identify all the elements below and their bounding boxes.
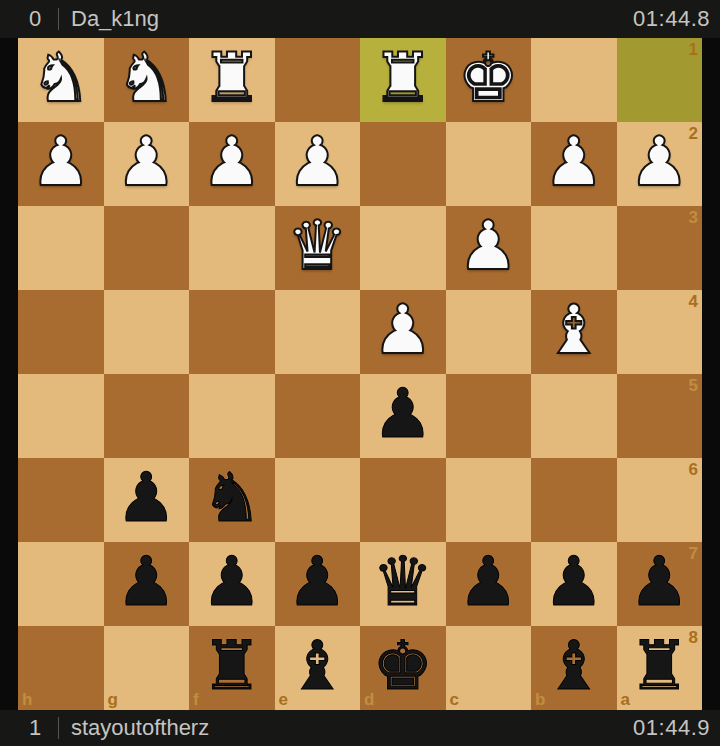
square-f3[interactable] (189, 206, 275, 290)
square-g8[interactable]: g (104, 626, 190, 710)
square-d1[interactable]: ♜ (360, 38, 446, 122)
square-d2[interactable] (360, 122, 446, 206)
square-b4[interactable]: ♝ (531, 290, 617, 374)
chess-board[interactable]: ♞♞♜♜♚1♟♟♟♟♟♟2♛♟3♟♝4♟5♟♞6♟♟♟♛♟♟♟7hg♜f♝e♚d… (18, 38, 702, 710)
white-pawn: ♟ (116, 128, 177, 196)
square-f6[interactable]: ♞ (189, 458, 275, 542)
square-h7[interactable] (18, 542, 104, 626)
bottom-player-score: 1 (24, 715, 46, 741)
square-b5[interactable] (531, 374, 617, 458)
black-knight: ♞ (201, 464, 262, 532)
top-player-score: 0 (24, 6, 46, 32)
square-a4[interactable]: 4 (617, 290, 703, 374)
square-b3[interactable] (531, 206, 617, 290)
white-rook: ♜ (372, 44, 433, 112)
rank-label-2: 2 (689, 125, 698, 142)
white-pawn: ♟ (30, 128, 91, 196)
rank-label-5: 5 (689, 377, 698, 394)
square-d5[interactable]: ♟ (360, 374, 446, 458)
square-a8[interactable]: ♜8a (617, 626, 703, 710)
bottom-player-name: stayoutoftherz (71, 715, 209, 741)
square-g2[interactable]: ♟ (104, 122, 190, 206)
rank-label-4: 4 (689, 293, 698, 310)
white-bishop: ♝ (543, 296, 604, 364)
white-pawn: ♟ (458, 212, 519, 280)
square-h3[interactable] (18, 206, 104, 290)
square-g4[interactable] (104, 290, 190, 374)
square-d6[interactable] (360, 458, 446, 542)
square-g5[interactable] (104, 374, 190, 458)
black-rook: ♜ (201, 632, 262, 700)
file-label-g: g (108, 691, 118, 708)
white-queen: ♛ (287, 212, 348, 280)
square-c7[interactable]: ♟ (446, 542, 532, 626)
black-pawn: ♟ (543, 548, 604, 616)
square-h8[interactable]: h (18, 626, 104, 710)
black-bishop: ♝ (543, 632, 604, 700)
rank-label-7: 7 (689, 545, 698, 562)
square-e5[interactable] (275, 374, 361, 458)
rank-label-3: 3 (689, 209, 698, 226)
square-a2[interactable]: ♟2 (617, 122, 703, 206)
white-knight: ♞ (30, 44, 91, 112)
top-player-bar[interactable]: 0 Da_k1ng 01:44.8 (0, 0, 720, 38)
square-e6[interactable] (275, 458, 361, 542)
black-pawn: ♟ (629, 548, 690, 616)
square-e8[interactable]: ♝e (275, 626, 361, 710)
black-queen: ♛ (372, 548, 433, 616)
file-label-h: h (22, 691, 32, 708)
square-a5[interactable]: 5 (617, 374, 703, 458)
square-a7[interactable]: ♟7 (617, 542, 703, 626)
black-king: ♚ (372, 632, 433, 700)
square-h5[interactable] (18, 374, 104, 458)
square-f7[interactable]: ♟ (189, 542, 275, 626)
square-c4[interactable] (446, 290, 532, 374)
square-b6[interactable] (531, 458, 617, 542)
white-rook: ♜ (201, 44, 262, 112)
white-pawn: ♟ (287, 128, 348, 196)
square-f5[interactable] (189, 374, 275, 458)
square-g7[interactable]: ♟ (104, 542, 190, 626)
square-d3[interactable] (360, 206, 446, 290)
bottom-player-clock: 01:44.9 (633, 715, 710, 741)
black-pawn: ♟ (372, 380, 433, 448)
square-a6[interactable]: 6 (617, 458, 703, 542)
square-c6[interactable] (446, 458, 532, 542)
rank-label-6: 6 (689, 461, 698, 478)
square-h6[interactable] (18, 458, 104, 542)
square-g6[interactable]: ♟ (104, 458, 190, 542)
top-player-clock: 01:44.8 (633, 6, 710, 32)
square-d8[interactable]: ♚d (360, 626, 446, 710)
square-c3[interactable]: ♟ (446, 206, 532, 290)
square-f8[interactable]: ♜f (189, 626, 275, 710)
square-a3[interactable]: 3 (617, 206, 703, 290)
square-c2[interactable] (446, 122, 532, 206)
black-pawn: ♟ (458, 548, 519, 616)
white-pawn: ♟ (629, 128, 690, 196)
black-pawn: ♟ (201, 548, 262, 616)
square-d4[interactable]: ♟ (360, 290, 446, 374)
square-e1[interactable] (275, 38, 361, 122)
square-h1[interactable]: ♞ (18, 38, 104, 122)
square-c5[interactable] (446, 374, 532, 458)
square-b1[interactable] (531, 38, 617, 122)
square-f2[interactable]: ♟ (189, 122, 275, 206)
bottom-player-bar[interactable]: 1 stayoutoftherz 01:44.9 (0, 710, 720, 746)
square-h4[interactable] (18, 290, 104, 374)
square-e3[interactable]: ♛ (275, 206, 361, 290)
top-player-name: Da_k1ng (71, 6, 159, 32)
black-bishop: ♝ (287, 632, 348, 700)
square-h2[interactable]: ♟ (18, 122, 104, 206)
square-e7[interactable]: ♟ (275, 542, 361, 626)
square-f4[interactable] (189, 290, 275, 374)
black-rook: ♜ (629, 632, 690, 700)
square-a1[interactable]: 1 (617, 38, 703, 122)
rank-label-1: 1 (689, 41, 698, 58)
white-pawn: ♟ (201, 128, 262, 196)
square-e2[interactable]: ♟ (275, 122, 361, 206)
file-label-c: c (450, 691, 459, 708)
white-pawn: ♟ (543, 128, 604, 196)
white-knight: ♞ (116, 44, 177, 112)
square-c1[interactable]: ♚ (446, 38, 532, 122)
square-g1[interactable]: ♞ (104, 38, 190, 122)
square-f1[interactable]: ♜ (189, 38, 275, 122)
square-e4[interactable] (275, 290, 361, 374)
black-pawn: ♟ (116, 548, 177, 616)
black-pawn: ♟ (287, 548, 348, 616)
rank-label-8: 8 (689, 629, 698, 646)
white-pawn: ♟ (372, 296, 433, 364)
app-window: { "game": "chess", "position": { "fen": … (0, 0, 720, 746)
file-label-f: f (193, 691, 199, 708)
square-g3[interactable] (104, 206, 190, 290)
square-b7[interactable]: ♟ (531, 542, 617, 626)
top-score-divider (58, 8, 59, 30)
square-d7[interactable]: ♛ (360, 542, 446, 626)
square-b2[interactable]: ♟ (531, 122, 617, 206)
bottom-score-divider (58, 717, 59, 739)
white-king: ♚ (458, 44, 519, 112)
black-pawn: ♟ (116, 464, 177, 532)
square-b8[interactable]: ♝b (531, 626, 617, 710)
square-c8[interactable]: c (446, 626, 532, 710)
